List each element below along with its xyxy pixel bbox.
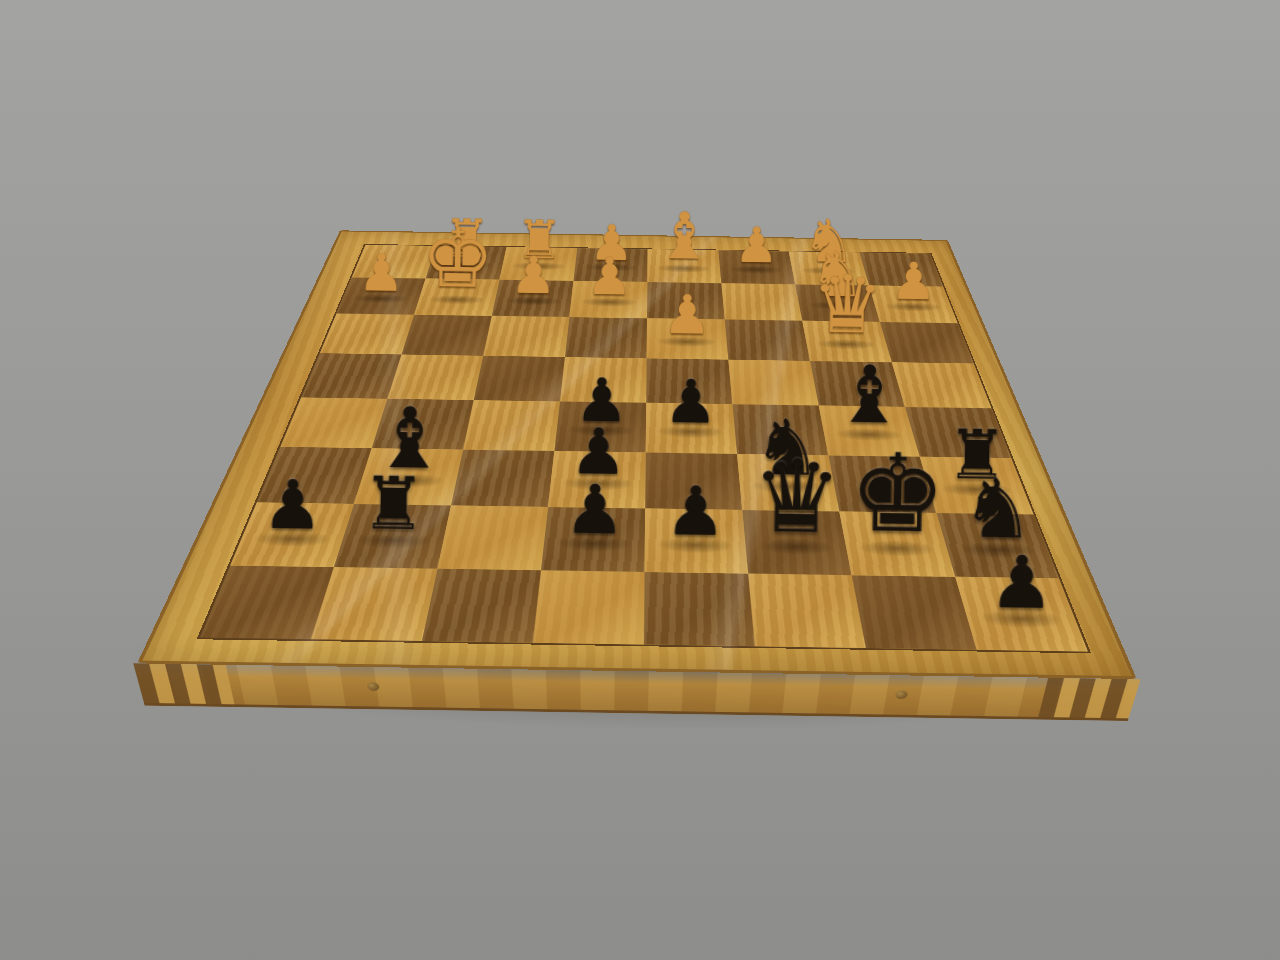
wood-grain: [451, 450, 554, 507]
square-f3: [483, 316, 569, 357]
black-pawn: ♟: [645, 476, 747, 546]
wood-grain: [402, 315, 492, 356]
perspective-wrapper: ♜♜♟♝♟♞♟♚♟♟♞♟♟♛♟♟♝♝♟♞♜♟♜♟♟♛♚♞♟: [0, 0, 1280, 960]
white-king: ♚: [419, 218, 496, 301]
square-c2: [721, 283, 802, 320]
wood-grain: [725, 320, 810, 361]
square-d7: ♟: [645, 509, 749, 574]
wood-grain: [483, 316, 569, 357]
white-pawn: ♟: [495, 249, 572, 301]
square-b7: ♚: [839, 512, 955, 577]
white-pawn: ♟: [343, 247, 420, 299]
white-pawn: ♟: [647, 287, 728, 342]
square-f5: [463, 400, 560, 451]
square-d5: ♟: [646, 403, 737, 454]
edge-dot-right: [895, 691, 908, 700]
black-pawn: ♟: [242, 470, 344, 540]
wood-grain: [311, 567, 438, 641]
square-g2: ♚: [414, 279, 499, 316]
square-f6: [451, 450, 554, 507]
wood-grain: [463, 400, 560, 451]
photo-backdrop: ♜♜♟♝♟♞♟♚♟♟♞♟♟♛♟♟♝♝♟♞♜♟♜♟♟♛♚♞♟: [0, 0, 1280, 960]
square-c1: ♟: [718, 250, 795, 284]
square-f7: [437, 505, 548, 570]
wood-grain: [320, 313, 414, 354]
wood-grain: [422, 569, 541, 643]
wood-grain: [533, 570, 645, 644]
square-c4: [728, 360, 818, 406]
wood-grain: [721, 283, 802, 320]
black-king: ♚: [846, 440, 948, 549]
square-h2: ♟: [337, 277, 426, 314]
wood-grain: [437, 505, 548, 570]
square-a8: ♟: [955, 577, 1088, 652]
square-e2: ♟: [569, 281, 647, 318]
black-pawn: ♟: [544, 475, 646, 545]
square-g7: ♜: [334, 504, 451, 569]
square-g8: [311, 567, 438, 641]
finger-joint-right: [1038, 678, 1141, 719]
white-pawn: ♟: [720, 220, 793, 270]
square-e8: [533, 570, 645, 644]
black-queen: ♛: [746, 445, 848, 547]
square-c3: [725, 320, 810, 361]
square-d8: [644, 572, 755, 646]
wood-grain: [565, 317, 647, 358]
black-bishop: ♝: [824, 355, 914, 435]
square-g3: [402, 315, 492, 356]
square-h7: ♟: [230, 502, 354, 567]
white-queen: ♛: [807, 264, 888, 345]
square-e3: [565, 317, 647, 358]
wood-grain: [748, 574, 866, 648]
black-pawn: ♟: [967, 545, 1076, 619]
square-c8: [748, 574, 866, 648]
square-f8: [422, 569, 541, 643]
square-h3: [320, 313, 414, 354]
chess-board: ♜♜♟♝♟♞♟♚♟♟♞♟♟♛♟♟♝♝♟♞♜♟♜♟♟♛♚♞♟: [137, 230, 1137, 679]
square-f4: [474, 356, 565, 402]
board-frame: ♜♜♟♝♟♞♟♚♟♟♞♟♟♛♟♟♝♝♟♞♜♟♜♟♟♛♚♞♟: [137, 230, 1137, 679]
wood-grain: [644, 572, 755, 646]
board-grid: ♜♜♟♝♟♞♟♚♟♟♞♟♟♛♟♟♝♝♟♞♜♟♜♟♟♛♚♞♟: [197, 244, 1091, 653]
black-knight: ♞: [947, 467, 1049, 551]
finger-joint-left: [133, 663, 234, 704]
square-e7: ♟: [541, 507, 645, 572]
white-pawn: ♟: [571, 250, 648, 302]
white-bishop: ♝: [648, 204, 721, 269]
wood-grain: [474, 356, 565, 402]
square-d3: ♟: [647, 318, 729, 359]
black-pawn: ♟: [646, 371, 736, 433]
square-f2: ♟: [492, 280, 574, 317]
edge-dot-left: [367, 682, 380, 691]
black-rook: ♜: [343, 467, 445, 541]
square-c7: ♛: [742, 510, 851, 575]
square-d1: ♝: [647, 249, 721, 283]
wood-grain: [728, 360, 818, 406]
